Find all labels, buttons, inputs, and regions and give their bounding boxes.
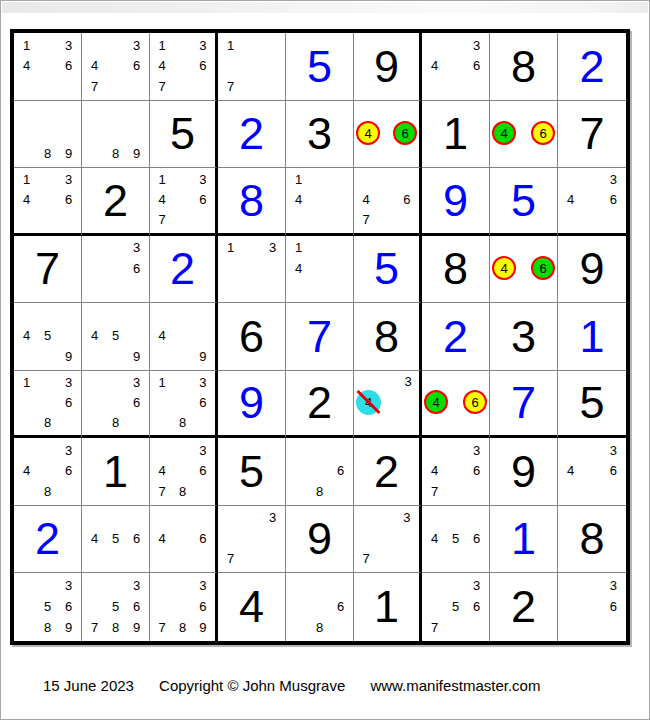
empty-candidate-slot <box>466 617 487 638</box>
footer-website: www.manifestmaster.com <box>370 677 540 694</box>
empty-candidate-slot <box>376 210 396 230</box>
solved-digit: 2 <box>14 506 81 573</box>
empty-candidate-slot <box>560 210 581 230</box>
empty-candidate-slot <box>37 123 58 144</box>
empty-candidate-slot <box>126 279 147 300</box>
sudoku-cell-r9c4[interactable]: 4 <box>218 573 286 641</box>
empty-candidate-slot <box>381 390 399 415</box>
sudoku-cell-r8c2[interactable]: 456 <box>82 506 150 574</box>
given-digit: 8 <box>490 33 557 100</box>
footer-date: 15 June 2023 <box>43 677 134 694</box>
pencil-marks: 34 <box>356 373 417 433</box>
empty-candidate-slot <box>84 238 105 259</box>
empty-candidate-slot <box>330 481 351 502</box>
empty-candidate-slot <box>424 508 445 529</box>
empty-candidate-slot <box>105 56 126 77</box>
empty-candidate-slot <box>152 440 172 461</box>
pencil-marks: 13467 <box>152 170 213 230</box>
candidate-4: 4 <box>16 56 37 77</box>
pencil-marks: 46 <box>152 508 213 570</box>
candidate-5: 5 <box>105 326 126 347</box>
solved-digit: 8 <box>218 168 285 233</box>
empty-candidate-slot <box>37 190 58 210</box>
candidate-4: 4 <box>492 121 516 145</box>
sudoku-cell-r9c3[interactable]: 36789 <box>150 573 218 641</box>
candidate-3: 3 <box>466 440 487 461</box>
candidate-4: 4 <box>152 326 172 347</box>
sudoku-cell-r8c7[interactable]: 456 <box>422 506 490 574</box>
empty-candidate-slot <box>152 596 172 617</box>
candidate-6: 6 <box>193 56 213 77</box>
sudoku-cell-r2c3[interactable]: 5 <box>150 101 218 169</box>
empty-candidate-slot <box>152 549 172 570</box>
sudoku-cell-r5c9[interactable]: 1 <box>558 303 626 371</box>
pencil-marks: 3567 <box>424 575 487 638</box>
empty-candidate-slot <box>84 35 105 56</box>
sudoku-cell-r7c8[interactable]: 9 <box>490 438 558 506</box>
empty-candidate-slot <box>356 170 376 190</box>
pencil-marks: 356789 <box>84 575 147 638</box>
empty-candidate-slot <box>581 170 602 190</box>
empty-candidate-slot <box>262 35 283 56</box>
empty-candidate-slot <box>152 412 172 432</box>
empty-candidate-slot <box>172 528 192 549</box>
empty-candidate-slot <box>241 76 262 97</box>
candidate-4: 4 <box>16 461 37 482</box>
sudoku-cell-r2c6[interactable]: 46 <box>354 101 422 169</box>
candidate-circle-green: 6 <box>531 256 555 280</box>
sudoku-cell-r9c7[interactable]: 3567 <box>422 573 490 641</box>
sudoku-cell-r3c6[interactable]: 467 <box>354 168 422 236</box>
pencil-marks: 46 <box>424 373 487 433</box>
sudoku-cell-r6c2[interactable]: 368 <box>82 371 150 439</box>
sudoku-cell-r5c3[interactable]: 49 <box>150 303 218 371</box>
sudoku-cell-r5c4[interactable]: 6 <box>218 303 286 371</box>
empty-candidate-slot <box>172 170 192 190</box>
sudoku-cell-r5c8[interactable]: 3 <box>490 303 558 371</box>
empty-candidate-slot <box>220 508 241 529</box>
candidate-circle-green: 6 <box>393 121 417 145</box>
sudoku-cell-r8c5[interactable]: 9 <box>286 506 354 574</box>
empty-candidate-slot <box>424 414 448 432</box>
empty-candidate-slot <box>463 373 487 391</box>
empty-candidate-slot <box>37 76 58 97</box>
pencil-marks: 14 <box>288 170 351 230</box>
sudoku-cell-r8c8[interactable]: 1 <box>490 506 558 574</box>
empty-candidate-slot <box>172 35 192 56</box>
empty-candidate-slot <box>309 440 330 461</box>
sudoku-cell-r4c4[interactable]: 13 <box>218 236 286 304</box>
sudoku-cell-r1c2[interactable]: 3467 <box>82 33 150 101</box>
empty-candidate-slot <box>37 305 58 326</box>
candidate-5: 5 <box>37 326 58 347</box>
candidate-1: 1 <box>152 35 172 56</box>
sudoku-cell-r3c3[interactable]: 13467 <box>150 168 218 236</box>
pencil-marks: 68 <box>288 575 351 638</box>
candidate-3: 3 <box>58 373 79 393</box>
sudoku-cell-r3c8[interactable]: 5 <box>490 168 558 236</box>
empty-candidate-slot <box>152 392 172 412</box>
candidate-8: 8 <box>105 412 126 432</box>
empty-candidate-slot <box>105 123 126 144</box>
empty-candidate-slot <box>581 461 602 482</box>
candidate-6: 6 <box>58 56 79 77</box>
sudoku-cell-r1c5[interactable]: 5 <box>286 33 354 101</box>
sudoku-cell-r3c1[interactable]: 1346 <box>14 168 82 236</box>
empty-candidate-slot <box>262 76 283 97</box>
sudoku-cell-r9c6[interactable]: 1 <box>354 573 422 641</box>
sudoku-cell-r2c5[interactable]: 3 <box>286 101 354 169</box>
candidate-8: 8 <box>172 412 192 432</box>
empty-candidate-slot <box>58 103 79 124</box>
candidate-6: 6 <box>193 596 213 617</box>
empty-candidate-slot <box>330 238 351 259</box>
empty-candidate-slot <box>424 35 445 56</box>
empty-candidate-slot <box>241 56 262 77</box>
sudoku-cell-r7c4[interactable]: 5 <box>218 438 286 506</box>
candidate-5: 5 <box>105 528 126 549</box>
sudoku-cell-r4c5[interactable]: 14 <box>286 236 354 304</box>
empty-candidate-slot <box>16 144 37 165</box>
sudoku-cell-r9c8[interactable]: 2 <box>490 573 558 641</box>
pencil-marks: 459 <box>84 305 147 367</box>
empty-candidate-slot <box>84 279 105 300</box>
candidate-3: 3 <box>603 440 624 461</box>
candidate-3: 3 <box>58 35 79 56</box>
sudoku-cell-r3c7[interactable]: 9 <box>422 168 490 236</box>
given-digit: 7 <box>14 236 81 303</box>
sudoku-cell-r4c1[interactable]: 7 <box>14 236 82 304</box>
pencil-marks: 456 <box>84 508 147 570</box>
sudoku-cell-r9c9[interactable]: 36 <box>558 573 626 641</box>
sudoku-cell-r2c9[interactable]: 7 <box>558 101 626 169</box>
sudoku-cell-r7c9[interactable]: 346 <box>558 438 626 506</box>
candidate-6: 6 <box>58 461 79 482</box>
candidate-3: 3 <box>126 238 147 259</box>
sudoku-cell-r6c1[interactable]: 1368 <box>14 371 82 439</box>
empty-candidate-slot <box>376 549 396 570</box>
empty-candidate-slot <box>560 617 581 638</box>
sudoku-cell-r8c4[interactable]: 37 <box>218 506 286 574</box>
sudoku-cell-r1c9[interactable]: 2 <box>558 33 626 101</box>
empty-candidate-slot <box>466 481 487 502</box>
empty-candidate-slot <box>172 549 192 570</box>
empty-candidate-slot <box>531 145 555 164</box>
empty-candidate-slot <box>16 346 37 367</box>
candidate-4: 4 <box>356 390 381 415</box>
empty-candidate-slot <box>288 279 309 300</box>
empty-candidate-slot <box>445 481 466 502</box>
candidate-4: 4 <box>424 56 445 77</box>
candidate-4: 4 <box>152 190 172 210</box>
empty-candidate-slot <box>193 76 213 97</box>
empty-candidate-slot <box>380 103 393 122</box>
pencil-marks: 37 <box>220 508 283 570</box>
pencil-marks: 3467 <box>84 35 147 97</box>
candidate-7: 7 <box>152 617 172 638</box>
empty-candidate-slot <box>126 326 147 347</box>
empty-candidate-slot <box>105 76 126 97</box>
candidate-6: 6 <box>466 461 487 482</box>
candidate-6: 6 <box>193 190 213 210</box>
empty-candidate-slot <box>356 103 380 122</box>
empty-candidate-slot <box>466 549 487 570</box>
sudoku-cell-r4c6[interactable]: 5 <box>354 236 422 304</box>
sudoku-cell-r1c6[interactable]: 9 <box>354 33 422 101</box>
empty-candidate-slot <box>492 103 516 122</box>
empty-candidate-slot <box>262 258 283 279</box>
candidate-6: 6 <box>330 596 351 617</box>
pencil-marks: 35689 <box>16 575 79 638</box>
candidate-6: 6 <box>58 596 79 617</box>
empty-candidate-slot <box>172 440 192 461</box>
candidate-3: 3 <box>466 575 487 596</box>
pencil-marks: 1368 <box>16 373 79 433</box>
sudoku-cell-r7c2[interactable]: 1 <box>82 438 150 506</box>
candidate-6: 6 <box>193 461 213 482</box>
empty-candidate-slot <box>37 103 58 124</box>
candidate-4: 4 <box>424 461 445 482</box>
candidate-6: 6 <box>397 190 417 210</box>
given-digit: 2 <box>82 168 149 233</box>
candidate-3: 3 <box>603 575 624 596</box>
empty-candidate-slot <box>152 346 172 367</box>
empty-candidate-slot <box>126 305 147 326</box>
sudoku-cell-r6c9[interactable]: 5 <box>558 371 626 439</box>
empty-candidate-slot <box>581 440 602 461</box>
sudoku-cell-r6c8[interactable]: 7 <box>490 371 558 439</box>
empty-candidate-slot <box>37 35 58 56</box>
sudoku-cell-r5c2[interactable]: 459 <box>82 303 150 371</box>
empty-candidate-slot <box>126 103 147 124</box>
candidate-4: 4 <box>560 461 581 482</box>
sudoku-cell-r2c7[interactable]: 1 <box>422 101 490 169</box>
empty-candidate-slot <box>105 575 126 596</box>
candidate-1: 1 <box>16 373 37 393</box>
candidate-3: 3 <box>262 238 283 259</box>
empty-candidate-slot <box>397 528 417 549</box>
candidate-3: 3 <box>193 170 213 190</box>
empty-candidate-slot <box>58 412 79 432</box>
sudoku-cell-r6c6[interactable]: 34 <box>354 371 422 439</box>
candidate-1: 1 <box>152 170 172 190</box>
empty-candidate-slot <box>241 258 262 279</box>
empty-candidate-slot <box>262 279 283 300</box>
empty-candidate-slot <box>37 575 58 596</box>
pencil-marks: 346 <box>424 35 487 97</box>
sudoku-cell-r1c7[interactable]: 346 <box>422 33 490 101</box>
empty-candidate-slot <box>84 575 105 596</box>
given-digit: 9 <box>354 33 419 100</box>
empty-candidate-slot <box>16 103 37 124</box>
empty-candidate-slot <box>581 596 602 617</box>
candidate-6: 6 <box>126 392 147 412</box>
sudoku-cell-r1c1[interactable]: 1346 <box>14 33 82 101</box>
candidate-8: 8 <box>105 617 126 638</box>
empty-candidate-slot <box>126 549 147 570</box>
candidate-7: 7 <box>356 210 376 230</box>
empty-candidate-slot <box>288 617 309 638</box>
candidate-circle-yellow: 4 <box>356 121 380 145</box>
given-digit: 2 <box>286 371 353 436</box>
sudoku-cell-r1c4[interactable]: 17 <box>218 33 286 101</box>
sudoku-cell-r8c9[interactable]: 8 <box>558 506 626 574</box>
empty-candidate-slot <box>581 210 602 230</box>
pencil-marks: 456 <box>424 508 487 570</box>
sudoku-cell-r6c5[interactable]: 2 <box>286 371 354 439</box>
candidate-1: 1 <box>152 373 172 393</box>
empty-candidate-slot <box>492 145 516 164</box>
empty-candidate-slot <box>466 508 487 529</box>
sudoku-cell-r9c1[interactable]: 35689 <box>14 573 82 641</box>
given-digit: 2 <box>354 438 419 505</box>
given-digit: 7 <box>558 101 626 168</box>
candidate-circle-green: 4 <box>492 121 516 145</box>
candidate-6: 6 <box>603 596 624 617</box>
empty-candidate-slot <box>105 373 126 393</box>
sudoku-cell-r3c5[interactable]: 14 <box>286 168 354 236</box>
pencil-marks: 3468 <box>16 440 79 502</box>
empty-candidate-slot <box>381 415 399 432</box>
candidate-5: 5 <box>37 596 58 617</box>
solved-digit: 2 <box>422 303 489 370</box>
candidate-3: 3 <box>126 35 147 56</box>
empty-candidate-slot <box>309 238 330 259</box>
empty-candidate-slot <box>16 305 37 326</box>
sudoku-cell-r1c3[interactable]: 13467 <box>150 33 218 101</box>
sudoku-cell-r6c3[interactable]: 1368 <box>150 371 218 439</box>
empty-candidate-slot <box>84 392 105 412</box>
sudoku-cell-r5c5[interactable]: 7 <box>286 303 354 371</box>
candidate-7: 7 <box>84 617 105 638</box>
empty-candidate-slot <box>288 596 309 617</box>
empty-candidate-slot <box>309 461 330 482</box>
empty-candidate-slot <box>172 210 192 230</box>
pencil-marks: 459 <box>16 305 79 367</box>
candidate-circle-green: 4 <box>424 390 448 414</box>
empty-candidate-slot <box>172 326 192 347</box>
empty-candidate-slot <box>288 481 309 502</box>
empty-candidate-slot <box>376 190 396 210</box>
given-digit: 1 <box>422 101 489 168</box>
sudoku-cell-r3c9[interactable]: 346 <box>558 168 626 236</box>
empty-candidate-slot <box>220 56 241 77</box>
sudoku-cell-r8c3[interactable]: 46 <box>150 506 218 574</box>
empty-candidate-slot <box>172 305 192 326</box>
pencil-marks: 1368 <box>152 373 213 433</box>
sudoku-cell-r9c5[interactable]: 68 <box>286 573 354 641</box>
candidate-8: 8 <box>37 617 58 638</box>
sudoku-cell-r2c4[interactable]: 2 <box>218 101 286 169</box>
sudoku-cell-r2c2[interactable]: 89 <box>82 101 150 169</box>
empty-candidate-slot <box>448 390 463 414</box>
empty-candidate-slot <box>16 210 37 230</box>
candidate-3: 3 <box>603 170 624 190</box>
empty-candidate-slot <box>84 412 105 432</box>
empty-candidate-slot <box>172 76 192 97</box>
given-digit: 4 <box>218 573 285 641</box>
candidate-6: 6 <box>466 528 487 549</box>
sudoku-cell-r4c8[interactable]: 46 <box>490 236 558 304</box>
empty-candidate-slot <box>37 56 58 77</box>
candidate-4: 4 <box>288 258 309 279</box>
empty-candidate-slot <box>424 575 445 596</box>
empty-candidate-slot <box>581 481 602 502</box>
empty-candidate-slot <box>172 575 192 596</box>
empty-candidate-slot <box>105 508 126 529</box>
given-digit: 3 <box>490 303 557 370</box>
empty-candidate-slot <box>560 170 581 190</box>
sudoku-cell-r8c1[interactable]: 2 <box>14 506 82 574</box>
sudoku-cell-r4c3[interactable]: 2 <box>150 236 218 304</box>
empty-candidate-slot <box>356 528 376 549</box>
candidate-6: 6 <box>126 56 147 77</box>
sudoku-cell-r8c6[interactable]: 37 <box>354 506 422 574</box>
pencil-marks: 346 <box>560 170 624 230</box>
empty-candidate-slot <box>37 346 58 367</box>
empty-candidate-slot <box>376 528 396 549</box>
sudoku-cell-r7c5[interactable]: 68 <box>286 438 354 506</box>
sudoku-cell-r2c8[interactable]: 46 <box>490 101 558 169</box>
empty-candidate-slot <box>105 103 126 124</box>
pencil-marks: 68 <box>288 440 351 502</box>
sudoku-cell-r5c6[interactable]: 8 <box>354 303 422 371</box>
candidate-4: 4 <box>16 326 37 347</box>
empty-candidate-slot <box>445 35 466 56</box>
empty-candidate-slot <box>531 238 555 257</box>
sudoku-cell-r5c1[interactable]: 459 <box>14 303 82 371</box>
candidate-4: 4 <box>152 56 172 77</box>
sudoku-cell-r7c3[interactable]: 34678 <box>150 438 218 506</box>
solved-digit: 7 <box>286 303 353 370</box>
sudoku-cell-r9c2[interactable]: 356789 <box>82 573 150 641</box>
empty-candidate-slot <box>531 280 555 299</box>
sudoku-cell-r7c7[interactable]: 3467 <box>422 438 490 506</box>
empty-candidate-slot <box>560 575 581 596</box>
sudoku-cell-r4c2[interactable]: 36 <box>82 236 150 304</box>
empty-candidate-slot <box>16 481 37 502</box>
sudoku-cell-r7c6[interactable]: 2 <box>354 438 422 506</box>
sudoku-cell-r6c4[interactable]: 9 <box>218 371 286 439</box>
candidate-5: 5 <box>105 596 126 617</box>
sudoku-cell-r2c1[interactable]: 89 <box>14 101 82 169</box>
sudoku-cell-r6c7[interactable]: 46 <box>422 371 490 439</box>
empty-candidate-slot <box>84 346 105 367</box>
sudoku-cell-r4c9[interactable]: 9 <box>558 236 626 304</box>
pencil-marks: 49 <box>152 305 213 367</box>
empty-candidate-slot <box>356 373 381 390</box>
candidate-7: 7 <box>152 481 172 502</box>
candidate-4: 4 <box>424 390 448 414</box>
pencil-marks: 34678 <box>152 440 213 502</box>
sudoku-cell-r7c1[interactable]: 3468 <box>14 438 82 506</box>
empty-candidate-slot <box>516 103 531 122</box>
empty-candidate-slot <box>397 210 417 230</box>
sudoku-cell-r3c2[interactable]: 2 <box>82 168 150 236</box>
sudoku-cell-r1c8[interactable]: 8 <box>490 33 558 101</box>
empty-candidate-slot <box>288 210 309 230</box>
empty-candidate-slot <box>105 392 126 412</box>
sudoku-cell-r5c7[interactable]: 2 <box>422 303 490 371</box>
solved-digit: 5 <box>490 168 557 233</box>
empty-candidate-slot <box>356 415 381 432</box>
sudoku-cell-r4c7[interactable]: 8 <box>422 236 490 304</box>
empty-candidate-slot <box>393 145 417 164</box>
candidate-4: 4 <box>356 190 376 210</box>
sudoku-cell-r3c4[interactable]: 8 <box>218 168 286 236</box>
given-digit: 5 <box>558 371 626 436</box>
empty-candidate-slot <box>330 617 351 638</box>
